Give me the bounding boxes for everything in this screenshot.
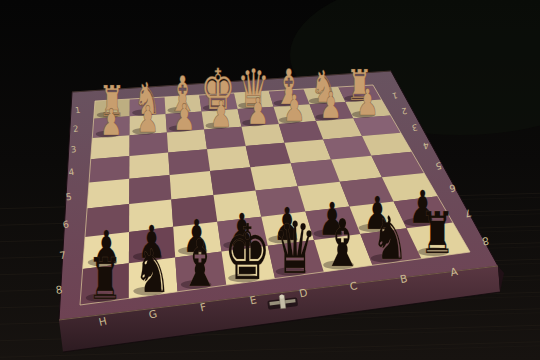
square-f5 <box>170 171 214 199</box>
scene-svg: HGFEDCBA1122334455667788♜♞♝♛♚♝♞♜♟♟♟♟♟♟♟♟… <box>0 0 540 360</box>
piece-black-queen-d8: ♛ <box>273 206 318 290</box>
square-e4 <box>207 146 250 171</box>
square-e5 <box>210 167 256 195</box>
piece-black-rook-a8: ♜ <box>420 200 456 267</box>
piece-white-pawn-e2: ♟ <box>210 93 233 136</box>
piece-black-bishop-f8: ♝ <box>180 225 221 302</box>
piece-black-rook-h8: ♜ <box>87 246 123 313</box>
square-c5 <box>291 160 340 187</box>
piece-black-bishop-c8: ♝ <box>322 205 363 282</box>
square-g5 <box>129 175 171 204</box>
piece-white-pawn-c2: ♟ <box>283 87 306 130</box>
chessboard-photo: HGFEDCBA1122334455667788♜♞♝♛♚♝♞♜♟♟♟♟♟♟♟♟… <box>0 0 540 360</box>
piece-white-pawn-b2: ♟ <box>320 84 343 127</box>
square-h4 <box>89 156 130 183</box>
piece-white-pawn-a2: ♟ <box>356 81 379 124</box>
square-c4 <box>285 139 332 163</box>
square-f4 <box>168 149 210 175</box>
piece-white-pawn-h2: ♟ <box>100 101 123 144</box>
square-d5 <box>250 163 297 190</box>
piece-black-knight-g8: ♞ <box>134 236 171 306</box>
piece-white-pawn-d2: ♟ <box>246 90 269 133</box>
piece-black-knight-b8: ♞ <box>371 203 408 273</box>
piece-white-pawn-g2: ♟ <box>137 98 160 141</box>
square-d4 <box>246 143 291 168</box>
piece-black-king-e8: ♚ <box>224 208 272 297</box>
square-h5 <box>87 179 129 209</box>
square-g4 <box>129 153 169 179</box>
piece-white-pawn-f2: ♟ <box>173 96 196 139</box>
